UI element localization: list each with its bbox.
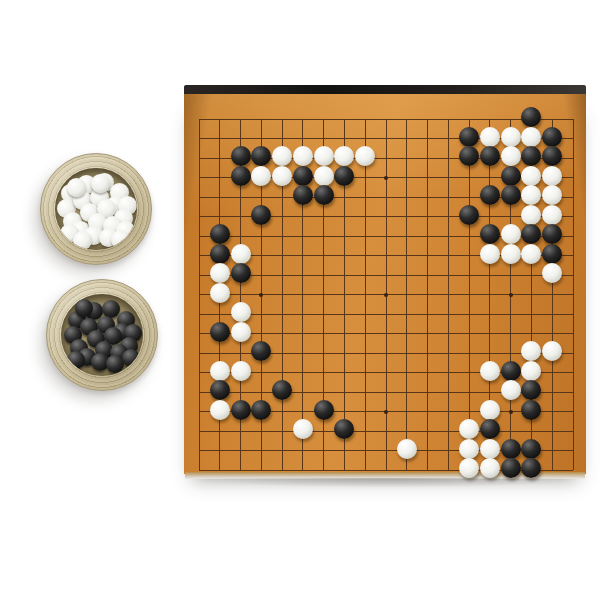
white-stone-bowl (40, 153, 152, 265)
bowl-stone-black (67, 351, 85, 369)
board-shadow (190, 478, 582, 488)
black-stone[interactable] (314, 400, 334, 420)
black-bowl-interior (61, 294, 143, 376)
black-stone[interactable] (251, 400, 271, 420)
bowl-stone-black (106, 355, 124, 373)
white-stone[interactable] (293, 146, 313, 166)
white-stone[interactable] (480, 400, 500, 420)
white-stone[interactable] (231, 244, 251, 264)
white-stone[interactable] (480, 127, 500, 147)
black-stone[interactable] (501, 166, 521, 186)
black-stone[interactable] (542, 127, 562, 147)
grid-line-horizontal (199, 431, 573, 432)
star-point (259, 293, 263, 297)
go-board[interactable] (184, 85, 586, 481)
bowl-stone-white (73, 231, 92, 250)
black-stone[interactable] (459, 127, 479, 147)
black-stone[interactable] (521, 400, 541, 420)
white-stone[interactable] (480, 361, 500, 381)
board-grid (184, 94, 586, 474)
black-stone[interactable] (293, 185, 313, 205)
star-point (384, 176, 388, 180)
white-stone[interactable] (210, 361, 230, 381)
black-stone[interactable] (210, 224, 230, 244)
black-stone[interactable] (251, 341, 271, 361)
black-stone[interactable] (231, 166, 251, 186)
bowl-stone-white (67, 178, 86, 197)
black-stone[interactable] (480, 224, 500, 244)
black-stone[interactable] (314, 185, 334, 205)
white-stone[interactable] (459, 439, 479, 459)
black-stone[interactable] (293, 166, 313, 186)
black-stone[interactable] (251, 146, 271, 166)
white-stone[interactable] (521, 361, 541, 381)
white-stone[interactable] (355, 146, 375, 166)
black-stone[interactable] (521, 107, 541, 127)
white-stone[interactable] (521, 166, 541, 186)
white-stone[interactable] (542, 185, 562, 205)
white-stone[interactable] (251, 166, 271, 186)
black-stone[interactable] (480, 146, 500, 166)
white-stone[interactable] (397, 439, 417, 459)
black-stone[interactable] (334, 166, 354, 186)
white-stone[interactable] (334, 146, 354, 166)
bowl-stone-black (75, 299, 93, 317)
black-stone[interactable] (251, 205, 271, 225)
bowl-stone-black (122, 349, 140, 367)
black-stone[interactable] (480, 185, 500, 205)
white-stone[interactable] (521, 127, 541, 147)
star-point (384, 410, 388, 414)
white-stone[interactable] (231, 322, 251, 342)
go-stock-photo-scene (0, 0, 610, 610)
white-stone[interactable] (542, 166, 562, 186)
star-point (509, 293, 513, 297)
white-stone[interactable] (480, 458, 500, 478)
white-stone[interactable] (480, 244, 500, 264)
white-stone[interactable] (459, 458, 479, 478)
black-stone[interactable] (501, 185, 521, 205)
black-stone[interactable] (210, 380, 230, 400)
white-stone[interactable] (521, 185, 541, 205)
black-stone[interactable] (501, 439, 521, 459)
white-stone[interactable] (272, 166, 292, 186)
white-stone[interactable] (521, 205, 541, 225)
black-stone[interactable] (542, 244, 562, 264)
white-stone[interactable] (501, 146, 521, 166)
black-stone[interactable] (231, 263, 251, 283)
black-stone[interactable] (459, 146, 479, 166)
white-stone[interactable] (210, 283, 230, 303)
black-stone[interactable] (542, 146, 562, 166)
black-stone[interactable] (480, 419, 500, 439)
white-stone[interactable] (521, 244, 541, 264)
black-stone[interactable] (231, 146, 251, 166)
grid-line-horizontal (199, 333, 573, 334)
black-stone-bowl (46, 279, 158, 391)
white-stone[interactable] (542, 205, 562, 225)
white-stone[interactable] (521, 341, 541, 361)
black-stone[interactable] (521, 224, 541, 244)
star-point (384, 293, 388, 297)
black-stone[interactable] (334, 419, 354, 439)
black-stone[interactable] (459, 205, 479, 225)
bowl-stone-white (111, 230, 130, 249)
bowl-stone-white (91, 174, 110, 193)
white-stone[interactable] (480, 439, 500, 459)
black-stone[interactable] (210, 244, 230, 264)
black-stone[interactable] (542, 224, 562, 244)
black-stone[interactable] (521, 146, 541, 166)
white-stone[interactable] (501, 127, 521, 147)
white-stone[interactable] (314, 166, 334, 186)
grid-line-horizontal (199, 275, 573, 276)
star-point (509, 410, 513, 414)
black-stone[interactable] (272, 380, 292, 400)
white-stone[interactable] (210, 400, 230, 420)
white-stone[interactable] (501, 380, 521, 400)
white-stone[interactable] (501, 244, 521, 264)
white-stone[interactable] (501, 224, 521, 244)
white-stone[interactable] (314, 146, 334, 166)
white-stone[interactable] (231, 302, 251, 322)
white-stone[interactable] (542, 263, 562, 283)
black-stone[interactable] (231, 400, 251, 420)
black-stone[interactable] (501, 361, 521, 381)
grid-line-horizontal (199, 314, 573, 315)
black-stone[interactable] (501, 458, 521, 478)
white-stone[interactable] (231, 361, 251, 381)
black-stone[interactable] (210, 322, 230, 342)
white-stone[interactable] (272, 146, 292, 166)
grid-line-horizontal (199, 119, 573, 120)
black-stone[interactable] (521, 380, 541, 400)
white-stone[interactable] (293, 419, 313, 439)
white-stone[interactable] (210, 263, 230, 283)
white-stone[interactable] (542, 341, 562, 361)
white-stone[interactable] (459, 419, 479, 439)
black-stone[interactable] (521, 439, 541, 459)
white-bowl-interior (55, 168, 137, 250)
